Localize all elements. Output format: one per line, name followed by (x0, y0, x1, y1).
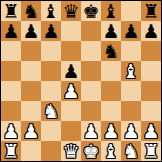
square-a4[interactable] (1, 81, 21, 101)
square-g4[interactable] (121, 81, 141, 101)
piece-black-pawn: ♟ (102, 21, 119, 41)
piece-black-king: ♚ (82, 1, 99, 21)
square-d7[interactable] (61, 21, 81, 41)
square-a3[interactable] (1, 101, 21, 121)
piece-black-pawn: ♟ (22, 21, 39, 41)
square-d2[interactable] (61, 121, 81, 141)
piece-black-bishop: ♝ (42, 1, 59, 21)
square-d1[interactable]: ♛ (61, 141, 81, 161)
square-c4[interactable] (41, 81, 61, 101)
square-b6[interactable] (21, 41, 41, 61)
piece-white-pawn: ♟ (82, 121, 99, 141)
chess-board: ♜♞♝♛♚♝♜♟♟♟♟♟♟♞♟♝♟♞♟♟♟♟♟♟♜♛♚♝♞♜ (1, 1, 161, 161)
square-e7[interactable] (81, 21, 101, 41)
piece-black-rook: ♜ (142, 1, 159, 21)
square-c8[interactable]: ♝ (41, 1, 61, 21)
piece-white-knight: ♞ (42, 101, 59, 121)
piece-white-rook: ♜ (142, 141, 159, 161)
square-g2[interactable]: ♟ (121, 121, 141, 141)
square-e6[interactable] (81, 41, 101, 61)
piece-black-knight: ♞ (22, 1, 39, 21)
square-g5[interactable]: ♝ (121, 61, 141, 81)
square-d3[interactable] (61, 101, 81, 121)
piece-black-pawn: ♟ (142, 21, 159, 41)
square-d8[interactable]: ♛ (61, 1, 81, 21)
square-c5[interactable] (41, 61, 61, 81)
square-a5[interactable] (1, 61, 21, 81)
square-f2[interactable]: ♟ (101, 121, 121, 141)
square-c3[interactable]: ♞ (41, 101, 61, 121)
square-a8[interactable]: ♜ (1, 1, 21, 21)
square-c6[interactable] (41, 41, 61, 61)
square-f1[interactable]: ♝ (101, 141, 121, 161)
piece-black-bishop: ♝ (102, 1, 119, 21)
square-d5[interactable]: ♟ (61, 61, 81, 81)
square-d6[interactable] (61, 41, 81, 61)
square-a2[interactable]: ♟ (1, 121, 21, 141)
square-b3[interactable] (21, 101, 41, 121)
piece-black-queen: ♛ (62, 1, 79, 21)
square-a7[interactable]: ♟ (1, 21, 21, 41)
piece-white-pawn: ♟ (62, 81, 79, 101)
piece-black-rook: ♜ (2, 1, 19, 21)
square-h8[interactable]: ♜ (141, 1, 161, 21)
piece-white-bishop: ♝ (102, 141, 119, 161)
square-b2[interactable]: ♟ (21, 121, 41, 141)
square-f8[interactable]: ♝ (101, 1, 121, 21)
square-b1[interactable] (21, 141, 41, 161)
square-h6[interactable] (141, 41, 161, 61)
piece-white-queen: ♛ (62, 141, 79, 161)
square-c7[interactable]: ♟ (41, 21, 61, 41)
piece-white-king: ♚ (82, 141, 99, 161)
square-f6[interactable]: ♞ (101, 41, 121, 61)
piece-white-pawn: ♟ (142, 121, 159, 141)
square-f7[interactable]: ♟ (101, 21, 121, 41)
piece-white-knight: ♞ (122, 141, 139, 161)
square-b4[interactable] (21, 81, 41, 101)
square-e4[interactable] (81, 81, 101, 101)
square-c1[interactable] (41, 141, 61, 161)
piece-black-pawn: ♟ (42, 21, 59, 41)
square-h1[interactable]: ♜ (141, 141, 161, 161)
square-g7[interactable]: ♟ (121, 21, 141, 41)
square-h7[interactable]: ♟ (141, 21, 161, 41)
square-f4[interactable] (101, 81, 121, 101)
square-h3[interactable] (141, 101, 161, 121)
piece-white-bishop: ♝ (122, 61, 139, 81)
piece-black-pawn: ♟ (2, 21, 19, 41)
square-e3[interactable] (81, 101, 101, 121)
square-e2[interactable]: ♟ (81, 121, 101, 141)
piece-white-rook: ♜ (2, 141, 19, 161)
square-e5[interactable] (81, 61, 101, 81)
square-b5[interactable] (21, 61, 41, 81)
square-h2[interactable]: ♟ (141, 121, 161, 141)
square-d4[interactable]: ♟ (61, 81, 81, 101)
piece-white-pawn: ♟ (122, 121, 139, 141)
piece-white-pawn: ♟ (22, 121, 39, 141)
square-g3[interactable] (121, 101, 141, 121)
square-f3[interactable] (101, 101, 121, 121)
square-b7[interactable]: ♟ (21, 21, 41, 41)
square-c2[interactable] (41, 121, 61, 141)
piece-black-pawn: ♟ (62, 61, 79, 81)
piece-black-knight: ♞ (102, 41, 119, 61)
square-a1[interactable]: ♜ (1, 141, 21, 161)
square-f5[interactable] (101, 61, 121, 81)
square-h4[interactable] (141, 81, 161, 101)
square-a6[interactable] (1, 41, 21, 61)
chess-board-frame: ♜♞♝♛♚♝♜♟♟♟♟♟♟♞♟♝♟♞♟♟♟♟♟♟♜♛♚♝♞♜ (0, 0, 162, 162)
piece-black-pawn: ♟ (122, 21, 139, 41)
square-g6[interactable] (121, 41, 141, 61)
square-g1[interactable]: ♞ (121, 141, 141, 161)
square-g8[interactable] (121, 1, 141, 21)
square-b8[interactable]: ♞ (21, 1, 41, 21)
square-e8[interactable]: ♚ (81, 1, 101, 21)
square-e1[interactable]: ♚ (81, 141, 101, 161)
piece-white-pawn: ♟ (2, 121, 19, 141)
piece-white-pawn: ♟ (102, 121, 119, 141)
square-h5[interactable] (141, 61, 161, 81)
